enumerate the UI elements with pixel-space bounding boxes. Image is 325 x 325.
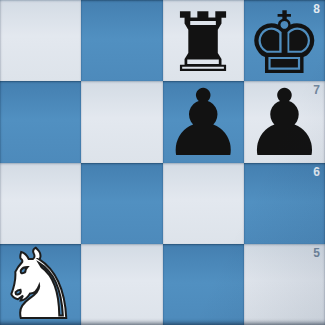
square-h5[interactable]: 5 (244, 244, 325, 325)
square-g6[interactable] (163, 163, 244, 244)
square-f7[interactable] (81, 81, 162, 162)
square-g5[interactable] (163, 244, 244, 325)
chessboard: ♜♚8♟♟76♞5 (0, 0, 325, 325)
piece-white-knight[interactable]: ♞ (0, 237, 82, 325)
square-h7[interactable]: ♟7 (244, 81, 325, 162)
piece-black-pawn[interactable]: ♟ (162, 78, 244, 170)
square-h6[interactable]: 6 (244, 163, 325, 244)
rank-label-6: 6 (313, 165, 320, 179)
square-f8[interactable] (81, 0, 162, 81)
square-e7[interactable] (0, 81, 81, 162)
square-g7[interactable]: ♟ (163, 81, 244, 162)
square-e5[interactable]: ♞ (0, 244, 81, 325)
rank-label-8: 8 (313, 2, 320, 16)
square-f6[interactable] (81, 163, 162, 244)
chessboard-viewport: ♜♚8♟♟76♞5 (0, 0, 325, 325)
rank-label-7: 7 (313, 83, 320, 97)
rank-label-5: 5 (313, 246, 320, 260)
square-f5[interactable] (81, 244, 162, 325)
square-e8[interactable] (0, 0, 81, 81)
